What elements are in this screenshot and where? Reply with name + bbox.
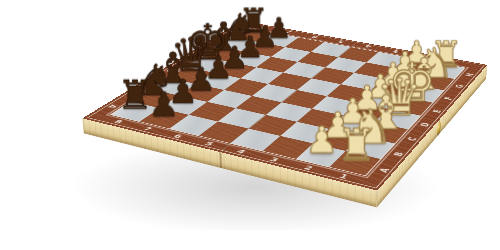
rank-label-5: 5: [202, 141, 215, 148]
rank-label-4: 4: [234, 148, 247, 155]
file-label-f: F: [441, 96, 454, 101]
file-label-a: A: [376, 167, 391, 174]
file-label-b: B: [390, 151, 405, 157]
rank-label-2: 2: [302, 164, 315, 171]
rank-label-6: 6: [171, 133, 184, 139]
latch: [437, 121, 441, 136]
file-label-c: C: [404, 136, 418, 142]
white-rook-glyph: ♜: [336, 123, 376, 167]
black-rook-glyph: ♜: [116, 75, 152, 115]
rank-label-right-4: 4: [363, 45, 372, 49]
file-label-g: G: [452, 84, 465, 89]
rank-label-right-6: 6: [310, 35, 320, 39]
file-label-e: E: [430, 109, 443, 114]
rank-label-7: 7: [141, 126, 154, 132]
chess-board: ABCDEFGH ABCDEFGH 87654321 87654321 ♜♞♝♛…: [82, 21, 487, 191]
rank-label-8: 8: [112, 119, 125, 125]
file-label-h: H: [463, 72, 476, 77]
scene: ABCDEFGH ABCDEFGH 87654321 87654321 ♜♞♝♛…: [0, 0, 500, 250]
white-pawn-glyph: ♟: [305, 122, 338, 159]
chess-set-photo: ABCDEFGH ABCDEFGH 87654321 87654321 ♜♞♝♛…: [0, 0, 500, 250]
rank-label-right-5: 5: [336, 40, 345, 44]
rank-label-1: 1: [337, 173, 350, 180]
file-label-d: D: [417, 122, 431, 128]
rank-label-3: 3: [268, 156, 281, 163]
black-pawn-glyph: ♟: [148, 87, 179, 121]
